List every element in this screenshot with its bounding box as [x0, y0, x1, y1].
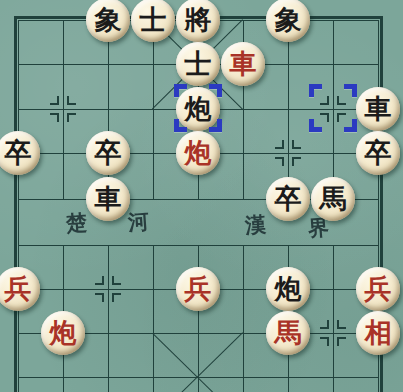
river-text: 漢: [244, 210, 267, 239]
piece-glyph: 兵: [5, 275, 32, 302]
grid-line: [18, 245, 379, 246]
piece-red-elephant[interactable]: 相: [356, 311, 400, 355]
river-text: 楚: [65, 208, 88, 237]
grid-line: [333, 245, 334, 392]
piece-red-soldier[interactable]: 兵: [176, 267, 220, 311]
piece-glyph: 炮: [50, 319, 77, 346]
last-move-highlight: [174, 84, 222, 132]
piece-glyph: 馬: [320, 185, 347, 212]
piece-glyph: 馬: [275, 319, 302, 346]
last-move-highlight: [309, 84, 357, 132]
grid-line: [108, 245, 109, 392]
grid-line: [243, 245, 244, 392]
point-marker: [275, 140, 301, 166]
river-text: 河: [127, 207, 150, 236]
piece-glyph: 象: [95, 6, 122, 33]
piece-glyph: 炮: [275, 275, 302, 302]
piece-red-chariot[interactable]: 車: [221, 42, 265, 86]
grid-line: [18, 20, 19, 392]
piece-glyph: 卒: [95, 139, 122, 166]
piece-glyph: 車: [95, 185, 122, 212]
piece-glyph: 卒: [275, 185, 302, 212]
piece-glyph: 車: [365, 95, 392, 122]
point-marker: [320, 320, 346, 346]
point-marker: [50, 96, 76, 122]
grid-line: [153, 245, 154, 392]
piece-glyph: 卒: [5, 139, 32, 166]
piece-glyph: 士: [185, 50, 212, 77]
piece-glyph: 相: [365, 319, 392, 346]
piece-glyph: 兵: [365, 275, 392, 302]
piece-black-chariot[interactable]: 車: [86, 177, 130, 221]
piece-red-cannon[interactable]: 炮: [41, 311, 85, 355]
piece-black-general[interactable]: 將: [176, 0, 220, 42]
piece-glyph: 士: [140, 6, 167, 33]
piece-glyph: 將: [185, 6, 212, 33]
piece-black-advisor[interactable]: 士: [131, 0, 175, 42]
piece-black-chariot[interactable]: 車: [356, 87, 400, 131]
piece-black-soldier[interactable]: 卒: [266, 177, 310, 221]
piece-black-elephant[interactable]: 象: [266, 0, 310, 42]
xiangqi-board[interactable]: 楚河漢界 象士將象士車炮車卒卒炮卒車卒馬兵兵炮兵炮馬相: [0, 0, 403, 392]
piece-red-cannon[interactable]: 炮: [176, 131, 220, 175]
piece-glyph: 卒: [365, 139, 392, 166]
piece-glyph: 車: [230, 50, 257, 77]
piece-glyph: 象: [275, 6, 302, 33]
piece-glyph: 兵: [185, 275, 212, 302]
point-marker: [95, 276, 121, 302]
piece-glyph: 炮: [185, 139, 212, 166]
piece-black-elephant[interactable]: 象: [86, 0, 130, 42]
piece-red-horse[interactable]: 馬: [266, 311, 310, 355]
piece-black-cannon[interactable]: 炮: [266, 267, 310, 311]
piece-black-horse[interactable]: 馬: [311, 177, 355, 221]
piece-red-soldier[interactable]: 兵: [356, 267, 400, 311]
piece-black-advisor[interactable]: 士: [176, 42, 220, 86]
piece-black-soldier[interactable]: 卒: [86, 131, 130, 175]
piece-black-soldier[interactable]: 卒: [356, 131, 400, 175]
